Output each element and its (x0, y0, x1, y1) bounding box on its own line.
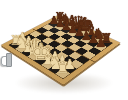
piece-black-pawn[interactable]: ♟ (95, 37, 106, 49)
piece-white-rook[interactable]: ♜ (56, 61, 70, 76)
latch-plate-icon (6, 53, 12, 67)
clasp-latch-icon[interactable] (1, 53, 12, 66)
product-photo-scene: ♜♞♝♛♚♝♞♜♟♟♟♟♟♟♟♟♟♟♟♟♟♟♟♟♜♞♝♛♚♝♞♜ (0, 0, 128, 100)
